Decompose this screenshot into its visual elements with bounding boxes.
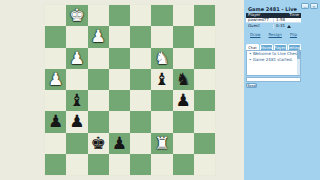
piece-bB-b4[interactable]: ♝ <box>66 90 87 111</box>
square-g1[interactable] <box>173 154 194 175</box>
square-d6[interactable] <box>109 48 130 69</box>
close-button[interactable]: × <box>310 3 318 9</box>
chess-board: ♚♟♟♞♟♝♞♝♟♟♟♚♟♜ <box>44 4 216 176</box>
white-player-name: pawned77 <box>246 18 274 22</box>
square-g6[interactable] <box>173 48 194 69</box>
piece-bP-b3[interactable]: ♟ <box>66 111 87 132</box>
game-sidebar: Game 2481 - Live – × Player Time pawned7… <box>244 0 320 180</box>
flip-button[interactable]: Flip <box>290 33 297 38</box>
square-e2[interactable] <box>130 133 151 154</box>
piece-wK-b8[interactable]: ♚ <box>66 5 87 26</box>
square-e7[interactable] <box>130 26 151 47</box>
square-b2[interactable] <box>66 133 87 154</box>
square-a3[interactable]: ♟ <box>45 111 66 132</box>
square-f5[interactable]: ♝ <box>151 69 172 90</box>
square-b1[interactable] <box>66 154 87 175</box>
black-player-name: Guest <box>246 24 274 29</box>
square-c2[interactable]: ♚ <box>88 133 109 154</box>
chat-input[interactable] <box>246 77 301 82</box>
piece-bP-d2[interactable]: ♟ <box>109 133 130 154</box>
square-e6[interactable] <box>130 48 151 69</box>
piece-wN-f6[interactable]: ♞ <box>151 48 172 69</box>
square-b8[interactable]: ♚ <box>66 5 87 26</box>
square-h1[interactable] <box>194 154 215 175</box>
square-e1[interactable] <box>130 154 151 175</box>
game-actions: Draw Resign Flip <box>246 33 301 38</box>
board-grid[interactable]: ♚♟♟♞♟♝♞♝♟♟♟♚♟♜ <box>45 5 215 175</box>
square-h8[interactable] <box>194 5 215 26</box>
square-b7[interactable] <box>66 26 87 47</box>
square-g2[interactable] <box>173 133 194 154</box>
square-g7[interactable] <box>173 26 194 47</box>
square-e5[interactable] <box>130 69 151 90</box>
square-b4[interactable]: ♝ <box>66 90 87 111</box>
chat-message: • Game 2481 started. <box>249 58 295 63</box>
black-player-clock: 0:31 <box>274 24 301 29</box>
piece-bP-a3[interactable]: ♟ <box>45 111 66 132</box>
piece-wP-b6[interactable]: ♟ <box>66 48 87 69</box>
square-h2[interactable] <box>194 133 215 154</box>
minimize-button[interactable]: – <box>301 3 309 9</box>
square-d5[interactable] <box>109 69 130 90</box>
square-h3[interactable] <box>194 111 215 132</box>
square-c5[interactable] <box>88 69 109 90</box>
square-d8[interactable] <box>109 5 130 26</box>
square-e4[interactable] <box>130 90 151 111</box>
square-h7[interactable] <box>194 26 215 47</box>
square-a6[interactable] <box>45 48 66 69</box>
square-h5[interactable] <box>194 69 215 90</box>
square-a7[interactable] <box>45 26 66 47</box>
square-d7[interactable] <box>109 26 130 47</box>
square-a2[interactable] <box>45 133 66 154</box>
piece-bK-c2[interactable]: ♚ <box>88 133 109 154</box>
white-player-clock: 1:58 <box>274 18 301 22</box>
resign-button[interactable]: Resign <box>269 33 282 38</box>
square-d4[interactable] <box>109 90 130 111</box>
piece-bP-g4[interactable]: ♟ <box>173 90 194 111</box>
square-c6[interactable] <box>88 48 109 69</box>
square-a5[interactable]: ♟ <box>45 69 66 90</box>
square-d3[interactable] <box>109 111 130 132</box>
square-h6[interactable] <box>194 48 215 69</box>
piece-wR-f2[interactable]: ♜ <box>151 133 172 154</box>
game-title: Game 2481 - Live <box>248 6 297 12</box>
square-f1[interactable] <box>151 154 172 175</box>
square-c1[interactable] <box>88 154 109 175</box>
piece-bN-g5[interactable]: ♞ <box>173 69 194 90</box>
square-f7[interactable] <box>151 26 172 47</box>
chat-message-list: • Welcome to Live Chess! • Game 2481 sta… <box>246 50 301 76</box>
square-h4[interactable] <box>194 90 215 111</box>
square-c8[interactable] <box>88 5 109 26</box>
square-e8[interactable] <box>130 5 151 26</box>
square-f4[interactable] <box>151 90 172 111</box>
square-f2[interactable]: ♜ <box>151 133 172 154</box>
square-b5[interactable] <box>66 69 87 90</box>
square-f6[interactable]: ♞ <box>151 48 172 69</box>
square-f8[interactable] <box>151 5 172 26</box>
chat-scrollbar[interactable] <box>297 51 300 75</box>
to-move-indicator-icon <box>287 25 291 28</box>
square-d1[interactable] <box>109 154 130 175</box>
square-a1[interactable] <box>45 154 66 175</box>
square-c7[interactable]: ♟ <box>88 26 109 47</box>
square-d2[interactable]: ♟ <box>109 133 130 154</box>
square-g8[interactable] <box>173 5 194 26</box>
send-button[interactable]: Send <box>246 83 257 88</box>
square-g3[interactable] <box>173 111 194 132</box>
player-row-black: Guest 0:31 <box>246 24 301 29</box>
square-g5[interactable]: ♞ <box>173 69 194 90</box>
draw-button[interactable]: Draw <box>250 33 260 38</box>
square-a4[interactable] <box>45 90 66 111</box>
square-g4[interactable]: ♟ <box>173 90 194 111</box>
square-c3[interactable] <box>88 111 109 132</box>
square-b6[interactable]: ♟ <box>66 48 87 69</box>
square-a8[interactable] <box>45 5 66 26</box>
square-c4[interactable] <box>88 90 109 111</box>
square-f3[interactable] <box>151 111 172 132</box>
square-e3[interactable] <box>130 111 151 132</box>
square-b3[interactable]: ♟ <box>66 111 87 132</box>
piece-bB-f5[interactable]: ♝ <box>151 69 172 90</box>
piece-wP-c7[interactable]: ♟ <box>88 26 109 47</box>
piece-wP-a5[interactable]: ♟ <box>45 69 66 90</box>
